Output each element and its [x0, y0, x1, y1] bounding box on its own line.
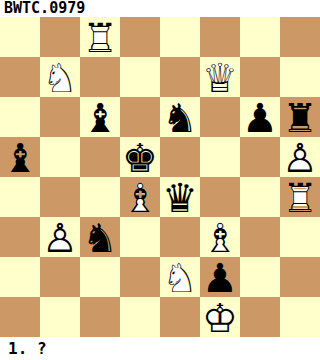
square-a2[interactable]	[0, 257, 40, 297]
piece-glyph: ♟	[200, 257, 240, 297]
white-rook: ♜♖	[280, 177, 320, 217]
piece-glyph-outline: ♗	[120, 177, 160, 217]
square-d8[interactable]	[120, 17, 160, 57]
square-g5[interactable]	[240, 137, 280, 177]
piece-glyph: ♝	[80, 97, 120, 137]
square-d1[interactable]	[120, 297, 160, 337]
square-h8[interactable]	[280, 17, 320, 57]
square-h6[interactable]: ♜	[280, 97, 320, 137]
square-f7[interactable]: ♛♕	[200, 57, 240, 97]
square-f8[interactable]	[200, 17, 240, 57]
piece-glyph-outline: ♙	[280, 137, 320, 177]
square-g1[interactable]	[240, 297, 280, 337]
square-g4[interactable]	[240, 177, 280, 217]
square-c6[interactable]: ♝	[80, 97, 120, 137]
square-g2[interactable]	[240, 257, 280, 297]
black-rook: ♜	[280, 97, 320, 137]
piece-glyph: ♞	[80, 217, 120, 257]
square-c1[interactable]	[80, 297, 120, 337]
piece-glyph: ♛	[160, 177, 200, 217]
square-h7[interactable]	[280, 57, 320, 97]
white-bishop: ♝♗	[200, 217, 240, 257]
black-bishop: ♝	[0, 137, 40, 177]
square-b2[interactable]	[40, 257, 80, 297]
square-f3[interactable]: ♝♗	[200, 217, 240, 257]
square-a7[interactable]	[0, 57, 40, 97]
square-d2[interactable]	[120, 257, 160, 297]
black-king: ♚	[120, 137, 160, 177]
square-b5[interactable]	[40, 137, 80, 177]
black-pawn: ♟	[200, 257, 240, 297]
square-b3[interactable]: ♟♙	[40, 217, 80, 257]
white-rook: ♜♖	[80, 17, 120, 57]
square-h5[interactable]: ♟♙	[280, 137, 320, 177]
square-f2[interactable]: ♟	[200, 257, 240, 297]
square-h2[interactable]	[280, 257, 320, 297]
black-knight: ♞	[160, 97, 200, 137]
puzzle-id: BWTC.0979	[0, 0, 320, 17]
chess-board: ♜♖♞♘♛♕♝♞♟♜♝♚♟♙♝♗♛♜♖♟♙♞♝♗♞♘♟♚♔	[0, 17, 320, 337]
white-knight: ♞♘	[160, 257, 200, 297]
square-c7[interactable]	[80, 57, 120, 97]
piece-glyph-outline: ♘	[40, 57, 80, 97]
square-f5[interactable]	[200, 137, 240, 177]
square-e7[interactable]	[160, 57, 200, 97]
square-d6[interactable]	[120, 97, 160, 137]
piece-glyph-outline: ♖	[80, 17, 120, 57]
square-a1[interactable]	[0, 297, 40, 337]
square-h3[interactable]	[280, 217, 320, 257]
square-e5[interactable]	[160, 137, 200, 177]
square-g3[interactable]	[240, 217, 280, 257]
square-h1[interactable]	[280, 297, 320, 337]
square-a3[interactable]	[0, 217, 40, 257]
square-f1[interactable]: ♚♔	[200, 297, 240, 337]
square-c8[interactable]: ♜♖	[80, 17, 120, 57]
square-b4[interactable]	[40, 177, 80, 217]
square-e6[interactable]: ♞	[160, 97, 200, 137]
square-g8[interactable]	[240, 17, 280, 57]
square-h4[interactable]: ♜♖	[280, 177, 320, 217]
piece-glyph-outline: ♕	[200, 57, 240, 97]
square-b8[interactable]	[40, 17, 80, 57]
square-d7[interactable]	[120, 57, 160, 97]
piece-glyph: ♟	[240, 97, 280, 137]
piece-glyph: ♞	[160, 97, 200, 137]
piece-glyph-outline: ♘	[160, 257, 200, 297]
piece-glyph-outline: ♗	[200, 217, 240, 257]
black-pawn: ♟	[240, 97, 280, 137]
square-f6[interactable]	[200, 97, 240, 137]
square-d5[interactable]: ♚	[120, 137, 160, 177]
piece-glyph-outline: ♙	[40, 217, 80, 257]
square-c2[interactable]	[80, 257, 120, 297]
white-king: ♚♔	[200, 297, 240, 337]
piece-glyph: ♜	[280, 97, 320, 137]
square-e1[interactable]	[160, 297, 200, 337]
white-pawn: ♟♙	[40, 217, 80, 257]
square-d3[interactable]	[120, 217, 160, 257]
piece-glyph-outline: ♖	[280, 177, 320, 217]
square-e2[interactable]: ♞♘	[160, 257, 200, 297]
square-a6[interactable]	[0, 97, 40, 137]
square-c5[interactable]	[80, 137, 120, 177]
piece-glyph-outline: ♔	[200, 297, 240, 337]
square-a5[interactable]: ♝	[0, 137, 40, 177]
square-g7[interactable]	[240, 57, 280, 97]
square-a8[interactable]	[0, 17, 40, 57]
white-knight: ♞♘	[40, 57, 80, 97]
square-e3[interactable]	[160, 217, 200, 257]
square-g6[interactable]: ♟	[240, 97, 280, 137]
piece-glyph: ♝	[0, 137, 40, 177]
black-queen: ♛	[160, 177, 200, 217]
square-d4[interactable]: ♝♗	[120, 177, 160, 217]
square-b6[interactable]	[40, 97, 80, 137]
move-prompt: 1. ?	[0, 337, 320, 360]
square-e4[interactable]: ♛	[160, 177, 200, 217]
piece-glyph: ♚	[120, 137, 160, 177]
square-a4[interactable]	[0, 177, 40, 217]
white-bishop: ♝♗	[120, 177, 160, 217]
square-c4[interactable]	[80, 177, 120, 217]
black-knight: ♞	[80, 217, 120, 257]
square-b7[interactable]: ♞♘	[40, 57, 80, 97]
white-pawn: ♟♙	[280, 137, 320, 177]
white-queen: ♛♕	[200, 57, 240, 97]
black-bishop: ♝	[80, 97, 120, 137]
square-c3[interactable]: ♞	[80, 217, 120, 257]
square-e8[interactable]	[160, 17, 200, 57]
square-f4[interactable]	[200, 177, 240, 217]
square-b1[interactable]	[40, 297, 80, 337]
